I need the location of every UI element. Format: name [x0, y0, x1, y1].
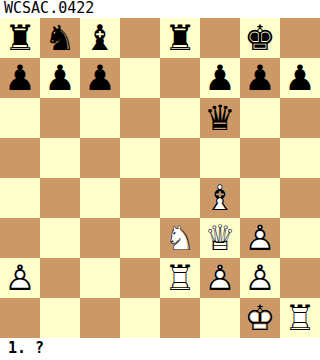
piece-black-pawn-icon: ♟ [80, 58, 120, 98]
piece-white-pawn-icon: ♟♙ [0, 258, 40, 298]
square-c6[interactable] [80, 98, 120, 138]
piece-white-knight-icon: ♞♘ [160, 218, 200, 258]
square-f1[interactable] [200, 298, 240, 338]
square-h4[interactable] [280, 178, 320, 218]
piece-black-pawn-icon: ♟ [240, 58, 280, 98]
diagram-title: WCSAC.0422 [0, 0, 320, 18]
square-e1[interactable] [160, 298, 200, 338]
square-c5[interactable] [80, 138, 120, 178]
square-a1[interactable] [0, 298, 40, 338]
square-d5[interactable] [120, 138, 160, 178]
square-a6[interactable] [0, 98, 40, 138]
square-g8[interactable]: ♚ [240, 18, 280, 58]
square-e3[interactable]: ♞♘ [160, 218, 200, 258]
square-a2[interactable]: ♟♙ [0, 258, 40, 298]
square-g7[interactable]: ♟ [240, 58, 280, 98]
square-c7[interactable]: ♟ [80, 58, 120, 98]
square-h6[interactable] [280, 98, 320, 138]
square-d8[interactable] [120, 18, 160, 58]
square-b5[interactable] [40, 138, 80, 178]
square-f7[interactable]: ♟ [200, 58, 240, 98]
square-g5[interactable] [240, 138, 280, 178]
square-d4[interactable] [120, 178, 160, 218]
piece-black-rook-icon: ♜ [160, 18, 200, 58]
square-f6[interactable]: ♛ [200, 98, 240, 138]
piece-white-pawn-icon: ♟♙ [240, 258, 280, 298]
piece-white-king-icon: ♚♔ [240, 298, 280, 338]
square-f3[interactable]: ♛♕ [200, 218, 240, 258]
piece-white-pawn-icon: ♟♙ [240, 218, 280, 258]
piece-black-king-icon: ♚ [240, 18, 280, 58]
square-e4[interactable] [160, 178, 200, 218]
piece-black-knight-icon: ♞ [40, 18, 80, 58]
square-c2[interactable] [80, 258, 120, 298]
square-b1[interactable] [40, 298, 80, 338]
piece-white-rook-icon: ♜♖ [160, 258, 200, 298]
piece-white-rook-icon: ♜♖ [280, 298, 320, 338]
piece-black-queen-icon: ♛ [200, 98, 240, 138]
square-h3[interactable] [280, 218, 320, 258]
piece-black-pawn-icon: ♟ [200, 58, 240, 98]
square-h8[interactable] [280, 18, 320, 58]
square-a5[interactable] [0, 138, 40, 178]
square-f2[interactable]: ♟♙ [200, 258, 240, 298]
square-d1[interactable] [120, 298, 160, 338]
square-f4[interactable]: ♝♗ [200, 178, 240, 218]
square-b2[interactable] [40, 258, 80, 298]
piece-black-rook-icon: ♜ [0, 18, 40, 58]
square-c8[interactable]: ♝ [80, 18, 120, 58]
square-e2[interactable]: ♜♖ [160, 258, 200, 298]
square-e7[interactable] [160, 58, 200, 98]
square-g6[interactable] [240, 98, 280, 138]
square-b6[interactable] [40, 98, 80, 138]
square-a8[interactable]: ♜ [0, 18, 40, 58]
piece-white-pawn-icon: ♟♙ [200, 258, 240, 298]
square-f5[interactable] [200, 138, 240, 178]
square-d6[interactable] [120, 98, 160, 138]
square-a3[interactable] [0, 218, 40, 258]
square-e8[interactable]: ♜ [160, 18, 200, 58]
square-g1[interactable]: ♚♔ [240, 298, 280, 338]
square-b4[interactable] [40, 178, 80, 218]
square-b8[interactable]: ♞ [40, 18, 80, 58]
square-g2[interactable]: ♟♙ [240, 258, 280, 298]
square-g3[interactable]: ♟♙ [240, 218, 280, 258]
square-d2[interactable] [120, 258, 160, 298]
square-h7[interactable]: ♟ [280, 58, 320, 98]
square-c1[interactable] [80, 298, 120, 338]
square-c3[interactable] [80, 218, 120, 258]
square-h2[interactable] [280, 258, 320, 298]
square-d7[interactable] [120, 58, 160, 98]
square-d3[interactable] [120, 218, 160, 258]
square-e6[interactable] [160, 98, 200, 138]
square-a7[interactable]: ♟ [0, 58, 40, 98]
square-a4[interactable] [0, 178, 40, 218]
square-e5[interactable] [160, 138, 200, 178]
square-h5[interactable] [280, 138, 320, 178]
square-b3[interactable] [40, 218, 80, 258]
piece-black-pawn-icon: ♟ [40, 58, 80, 98]
move-prompt: 1. ? [0, 338, 320, 360]
square-g4[interactable] [240, 178, 280, 218]
square-c4[interactable] [80, 178, 120, 218]
square-b7[interactable]: ♟ [40, 58, 80, 98]
piece-white-queen-icon: ♛♕ [200, 218, 240, 258]
piece-black-pawn-icon: ♟ [280, 58, 320, 98]
square-h1[interactable]: ♜♖ [280, 298, 320, 338]
piece-black-pawn-icon: ♟ [0, 58, 40, 98]
piece-white-bishop-icon: ♝♗ [200, 178, 240, 218]
chess-board: ♜♞♝♜♚♟♟♟♟♟♟♛♝♗♞♘♛♕♟♙♟♙♜♖♟♙♟♙♚♔♜♖ [0, 18, 320, 338]
square-f8[interactable] [200, 18, 240, 58]
piece-black-bishop-icon: ♝ [80, 18, 120, 58]
